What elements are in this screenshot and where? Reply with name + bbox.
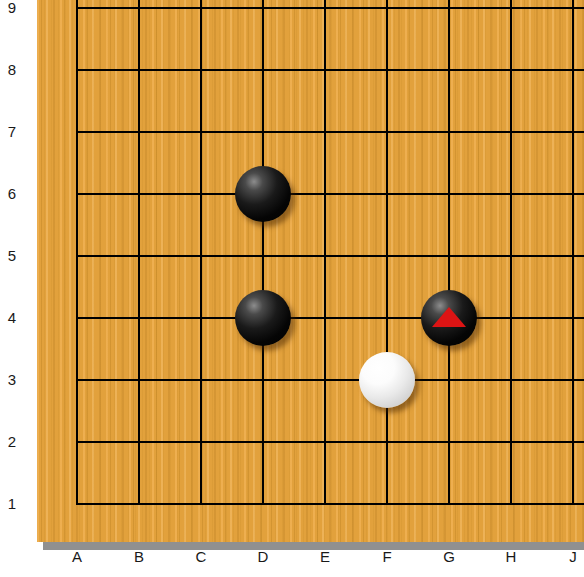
column-label-A: A [62, 548, 92, 566]
column-label-G: G [434, 548, 464, 566]
grid-line-vertical-J [572, 0, 574, 505]
grid-line-vertical-H [510, 0, 512, 505]
row-label-1: 1 [0, 495, 24, 513]
column-label-E: E [310, 548, 340, 566]
stone-black-D4 [235, 290, 291, 346]
grid-line-horizontal-4 [76, 317, 584, 319]
grid-line-vertical-A [76, 0, 78, 505]
column-label-F: F [372, 548, 402, 566]
grid-line-horizontal-7 [76, 131, 584, 133]
stone-black-D6 [235, 166, 291, 222]
grid-line-horizontal-3 [76, 379, 584, 381]
triangle-marker-G4 [432, 307, 466, 327]
grid-line-vertical-E [324, 0, 326, 505]
column-label-J: J [558, 548, 584, 566]
stone-white-F3 [359, 352, 415, 408]
column-label-H: H [496, 548, 526, 566]
row-label-4: 4 [0, 309, 24, 327]
row-label-5: 5 [0, 247, 24, 265]
grid-line-horizontal-2 [76, 441, 584, 443]
column-label-B: B [124, 548, 154, 566]
grid-line-vertical-C [200, 0, 202, 505]
grid-line-horizontal-1 [76, 503, 584, 505]
grid-line-horizontal-9 [76, 7, 584, 9]
grid-line-vertical-D [262, 0, 264, 505]
go-app-screen: 987654321 ABCDEFGHJ [0, 0, 584, 577]
row-label-9: 9 [0, 0, 24, 17]
row-label-7: 7 [0, 123, 24, 141]
grid-line-horizontal-8 [76, 69, 584, 71]
column-label-C: C [186, 548, 216, 566]
grid-line-horizontal-5 [76, 255, 584, 257]
row-label-3: 3 [0, 371, 24, 389]
grid-line-vertical-F [386, 0, 388, 505]
column-label-D: D [248, 548, 278, 566]
row-label-6: 6 [0, 185, 24, 203]
row-label-8: 8 [0, 61, 24, 79]
grid-line-vertical-B [138, 0, 140, 505]
stone-black-G4 [421, 290, 477, 346]
grid-line-vertical-G [448, 0, 450, 505]
grid-line-horizontal-6 [76, 193, 584, 195]
row-label-2: 2 [0, 433, 24, 451]
go-board-surface[interactable] [37, 0, 584, 542]
